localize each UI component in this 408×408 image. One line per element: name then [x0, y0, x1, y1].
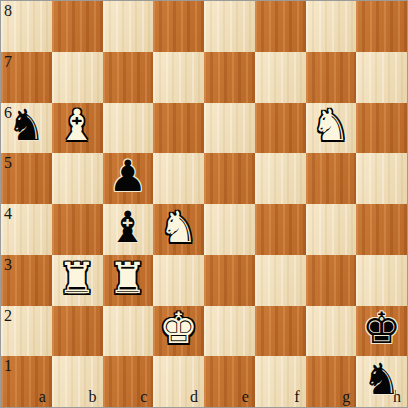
chess-board-wrapper: 876♞♝♞5♟4♝♞3♜♜2♚♚1abcdefgh♞ [0, 0, 408, 408]
square-h7[interactable] [356, 52, 407, 103]
square-b8[interactable] [52, 1, 103, 52]
file-label-d: d [190, 389, 198, 405]
square-e3[interactable] [204, 255, 255, 306]
square-d4[interactable]: ♞ [153, 204, 204, 255]
square-e7[interactable] [204, 52, 255, 103]
square-c7[interactable] [103, 52, 154, 103]
square-b4[interactable] [52, 204, 103, 255]
black-knight[interactable]: ♞ [7, 103, 46, 152]
square-f7[interactable] [255, 52, 306, 103]
square-a6[interactable]: 6♞ [1, 103, 52, 154]
square-h1[interactable]: h♞ [356, 356, 407, 407]
square-f1[interactable]: f [255, 356, 306, 407]
white-rook[interactable]: ♜ [109, 255, 148, 304]
square-e6[interactable] [204, 103, 255, 154]
square-a3[interactable]: 3 [1, 255, 52, 306]
file-label-a: a [39, 389, 46, 405]
file-label-g: g [342, 389, 350, 405]
rank-label-7: 7 [4, 54, 12, 70]
white-knight[interactable]: ♞ [312, 103, 351, 152]
square-f3[interactable] [255, 255, 306, 306]
square-b7[interactable] [52, 52, 103, 103]
square-d2[interactable]: ♚ [153, 306, 204, 357]
square-g8[interactable] [306, 1, 357, 52]
square-a4[interactable]: 4 [1, 204, 52, 255]
square-f2[interactable] [255, 306, 306, 357]
square-b1[interactable]: b [52, 356, 103, 407]
square-f8[interactable] [255, 1, 306, 52]
black-knight[interactable]: ♞ [362, 356, 401, 405]
white-king[interactable]: ♚ [159, 306, 198, 355]
rank-label-8: 8 [4, 3, 12, 19]
chess-board: 876♞♝♞5♟4♝♞3♜♜2♚♚1abcdefgh♞ [0, 0, 408, 408]
square-b5[interactable] [52, 153, 103, 204]
square-b6[interactable]: ♝ [52, 103, 103, 154]
square-e2[interactable] [204, 306, 255, 357]
rank-label-2: 2 [4, 308, 12, 324]
square-g3[interactable] [306, 255, 357, 306]
square-d7[interactable] [153, 52, 204, 103]
square-d1[interactable]: d [153, 356, 204, 407]
square-d3[interactable] [153, 255, 204, 306]
square-a7[interactable]: 7 [1, 52, 52, 103]
square-g6[interactable]: ♞ [306, 103, 357, 154]
square-g5[interactable] [306, 153, 357, 204]
square-a5[interactable]: 5 [1, 153, 52, 204]
square-a2[interactable]: 2 [1, 306, 52, 357]
square-g4[interactable] [306, 204, 357, 255]
square-c3[interactable]: ♜ [103, 255, 154, 306]
square-h8[interactable] [356, 1, 407, 52]
square-f5[interactable] [255, 153, 306, 204]
square-f6[interactable] [255, 103, 306, 154]
square-h2[interactable]: ♚ [356, 306, 407, 357]
black-pawn[interactable]: ♟ [109, 153, 148, 202]
white-bishop[interactable]: ♝ [58, 103, 97, 152]
square-c6[interactable] [103, 103, 154, 154]
square-g1[interactable]: g [306, 356, 357, 407]
square-c2[interactable] [103, 306, 154, 357]
square-e4[interactable] [204, 204, 255, 255]
white-rook[interactable]: ♜ [58, 255, 97, 304]
square-c5[interactable]: ♟ [103, 153, 154, 204]
square-h5[interactable] [356, 153, 407, 204]
rank-label-1: 1 [4, 358, 12, 374]
file-label-f: f [294, 389, 299, 405]
rank-label-3: 3 [4, 257, 12, 273]
square-h3[interactable] [356, 255, 407, 306]
square-g2[interactable] [306, 306, 357, 357]
black-bishop[interactable]: ♝ [109, 204, 148, 253]
square-c1[interactable]: c [103, 356, 154, 407]
file-label-e: e [242, 389, 249, 405]
square-c4[interactable]: ♝ [103, 204, 154, 255]
square-d6[interactable] [153, 103, 204, 154]
square-e1[interactable]: e [204, 356, 255, 407]
square-d8[interactable] [153, 1, 204, 52]
square-d5[interactable] [153, 153, 204, 204]
square-e5[interactable] [204, 153, 255, 204]
black-king[interactable]: ♚ [362, 306, 401, 355]
square-g7[interactable] [306, 52, 357, 103]
square-a1[interactable]: 1a [1, 356, 52, 407]
square-c8[interactable] [103, 1, 154, 52]
file-label-c: c [140, 389, 147, 405]
square-b2[interactable] [52, 306, 103, 357]
square-h4[interactable] [356, 204, 407, 255]
rank-label-5: 5 [4, 155, 12, 171]
square-b3[interactable]: ♜ [52, 255, 103, 306]
square-h6[interactable] [356, 103, 407, 154]
square-f4[interactable] [255, 204, 306, 255]
square-e8[interactable] [204, 1, 255, 52]
white-knight[interactable]: ♞ [159, 204, 198, 253]
rank-label-4: 4 [4, 206, 12, 222]
file-label-b: b [89, 389, 97, 405]
square-a8[interactable]: 8 [1, 1, 52, 52]
